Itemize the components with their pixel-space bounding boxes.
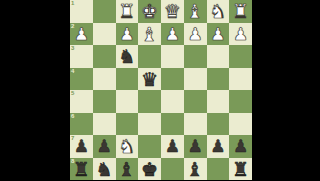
square-b6 <box>207 113 230 136</box>
square-g8: ♞ <box>93 158 116 181</box>
rank-label-2: 2 <box>71 23 74 30</box>
square-d7: ♟ <box>161 135 184 158</box>
square-b4 <box>207 68 230 91</box>
square-a4 <box>229 68 252 91</box>
square-d2: ♟ <box>161 23 184 46</box>
square-d8 <box>161 158 184 181</box>
piece-white-pawn-h2: ♟ <box>74 23 89 45</box>
piece-black-pawn-g7: ♟ <box>97 135 112 157</box>
square-c8: ♝ <box>184 158 207 181</box>
piece-black-pawn-b7: ♟ <box>210 135 225 157</box>
piece-white-pawn-b2: ♟ <box>210 23 225 45</box>
piece-black-queen-e4: ♛ <box>141 68 158 90</box>
square-h6: 6 <box>70 113 93 136</box>
piece-black-pawn-d7: ♟ <box>165 135 180 157</box>
square-a7: ♟ <box>229 135 252 158</box>
square-g4 <box>93 68 116 91</box>
chess-board: 1♜♚♛♝♞♜2♟♟♝♟♟♟♟3♞4♛567♟♟♞♟♟♟♟8♜♞♝♚♝♜ <box>70 0 252 180</box>
video-frame[interactable]: 1♜♚♛♝♞♜2♟♟♝♟♟♟♟3♞4♛567♟♟♞♟♟♟♟8♜♞♝♚♝♜ <box>0 0 320 180</box>
square-c1: ♝ <box>184 0 207 23</box>
piece-black-pawn-a7: ♟ <box>233 135 248 157</box>
square-b8 <box>207 158 230 181</box>
piece-white-rook-a1: ♜ <box>232 0 249 22</box>
square-e5 <box>138 90 161 113</box>
rank-label-6: 6 <box>71 113 74 120</box>
square-d6 <box>161 113 184 136</box>
piece-black-pawn-h7: ♟ <box>74 135 89 157</box>
piece-black-pawn-c7: ♟ <box>188 135 203 157</box>
piece-black-knight-g8: ♞ <box>96 158 113 180</box>
rank-label-8: 8 <box>71 158 74 165</box>
square-h5: 5 <box>70 90 93 113</box>
square-a6 <box>229 113 252 136</box>
square-f1: ♜ <box>116 0 139 23</box>
rank-label-3: 3 <box>71 45 74 52</box>
piece-white-rook-f1: ♜ <box>118 0 135 22</box>
rank-label-7: 7 <box>71 135 74 142</box>
square-c2: ♟ <box>184 23 207 46</box>
square-b1: ♞ <box>207 0 230 23</box>
square-g5 <box>93 90 116 113</box>
piece-black-rook-a8: ♜ <box>232 158 249 180</box>
square-c3 <box>184 45 207 68</box>
piece-white-pawn-f2: ♟ <box>119 23 134 45</box>
square-f3: ♞ <box>116 45 139 68</box>
square-c4 <box>184 68 207 91</box>
square-f4 <box>116 68 139 91</box>
square-g7: ♟ <box>93 135 116 158</box>
square-a3 <box>229 45 252 68</box>
square-c6 <box>184 113 207 136</box>
square-e7 <box>138 135 161 158</box>
square-e4: ♛ <box>138 68 161 91</box>
square-g6 <box>93 113 116 136</box>
piece-white-king-e1: ♚ <box>141 0 158 22</box>
piece-black-knight-f3: ♞ <box>118 45 135 67</box>
square-b2: ♟ <box>207 23 230 46</box>
square-d3 <box>161 45 184 68</box>
piece-black-rook-h8: ♜ <box>73 158 90 180</box>
rank-label-4: 4 <box>71 68 74 75</box>
square-d5 <box>161 90 184 113</box>
square-a1: ♜ <box>229 0 252 23</box>
rank-label-1: 1 <box>71 0 74 7</box>
square-h1: 1 <box>70 0 93 23</box>
square-d4 <box>161 68 184 91</box>
square-h7: 7♟ <box>70 135 93 158</box>
square-f6 <box>116 113 139 136</box>
square-g1 <box>93 0 116 23</box>
piece-white-bishop-e2: ♝ <box>141 23 158 45</box>
square-f2: ♟ <box>116 23 139 46</box>
square-c5 <box>184 90 207 113</box>
rank-label-5: 5 <box>71 90 74 97</box>
piece-black-bishop-c8: ♝ <box>187 158 204 180</box>
square-b7: ♟ <box>207 135 230 158</box>
square-e8: ♚ <box>138 158 161 181</box>
square-b3 <box>207 45 230 68</box>
square-e2: ♝ <box>138 23 161 46</box>
square-h8: 8♜ <box>70 158 93 181</box>
square-a8: ♜ <box>229 158 252 181</box>
square-e1: ♚ <box>138 0 161 23</box>
square-f8: ♝ <box>116 158 139 181</box>
piece-white-pawn-d2: ♟ <box>165 23 180 45</box>
square-d1: ♛ <box>161 0 184 23</box>
piece-white-knight-b1: ♞ <box>209 0 226 22</box>
piece-black-king-e8: ♚ <box>141 158 158 180</box>
piece-white-pawn-c2: ♟ <box>188 23 203 45</box>
square-f7: ♞ <box>116 135 139 158</box>
square-c7: ♟ <box>184 135 207 158</box>
square-h4: 4 <box>70 68 93 91</box>
square-b5 <box>207 90 230 113</box>
square-a5 <box>229 90 252 113</box>
square-g2 <box>93 23 116 46</box>
piece-white-knight-f7: ♞ <box>118 135 135 157</box>
square-e3 <box>138 45 161 68</box>
square-h2: 2♟ <box>70 23 93 46</box>
square-f5 <box>116 90 139 113</box>
piece-white-pawn-a2: ♟ <box>233 23 248 45</box>
square-e6 <box>138 113 161 136</box>
square-g3 <box>93 45 116 68</box>
square-a2: ♟ <box>229 23 252 46</box>
square-h3: 3 <box>70 45 93 68</box>
piece-white-bishop-c1: ♝ <box>187 0 204 22</box>
piece-white-queen-d1: ♛ <box>164 0 181 22</box>
piece-black-bishop-f8: ♝ <box>118 158 135 180</box>
